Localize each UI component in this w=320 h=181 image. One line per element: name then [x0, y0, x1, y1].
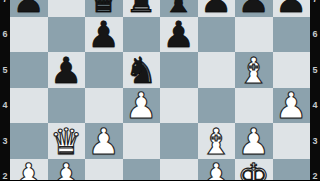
square-f6[interactable] — [198, 17, 236, 53]
square-d3[interactable] — [123, 123, 161, 159]
piece-black-pawn-a7[interactable]: ♟ — [13, 0, 45, 18]
square-d5[interactable]: ♞ — [123, 52, 161, 88]
square-e6[interactable]: ♟ — [160, 17, 198, 53]
square-e3[interactable] — [160, 123, 198, 159]
piece-white-pawn-d4[interactable]: ♟ — [125, 88, 157, 124]
rank-label-left-2: 2 — [0, 171, 10, 180]
piece-black-rook-d7[interactable]: ♜ — [125, 0, 157, 18]
piece-white-pawn-c3[interactable]: ♟ — [88, 124, 120, 160]
piece-white-pawn-a2[interactable]: ♟ — [13, 159, 45, 180]
left-coordinate-bar: 765432 — [0, 0, 10, 180]
square-d4[interactable]: ♟ — [123, 88, 161, 124]
square-b3[interactable]: ♛ — [48, 123, 86, 159]
square-a4[interactable] — [10, 88, 48, 124]
right-coordinate-bar: 765432 — [310, 0, 320, 180]
piece-white-bishop-f3[interactable]: ♝ — [200, 124, 232, 160]
square-e5[interactable] — [160, 52, 198, 88]
square-c6[interactable]: ♟ — [85, 17, 123, 53]
square-b4[interactable] — [48, 88, 86, 124]
square-h6[interactable] — [273, 17, 311, 53]
piece-black-pawn-g7[interactable]: ♟ — [238, 0, 270, 18]
square-d2[interactable] — [123, 159, 161, 181]
square-e2[interactable] — [160, 159, 198, 181]
piece-white-bishop-g5[interactable]: ♝ — [238, 53, 270, 89]
square-a3[interactable] — [10, 123, 48, 159]
square-h7[interactable]: ♟ — [273, 0, 311, 17]
rank-label-left-3: 3 — [0, 136, 10, 146]
square-h3[interactable] — [273, 123, 311, 159]
rank-label-left-5: 5 — [0, 65, 10, 75]
piece-white-pawn-h4[interactable]: ♟ — [275, 88, 307, 124]
square-a7[interactable]: ♟ — [10, 0, 48, 17]
square-d6[interactable] — [123, 17, 161, 53]
rank-label-left-6: 6 — [0, 29, 10, 39]
square-b7[interactable] — [48, 0, 86, 17]
square-f5[interactable] — [198, 52, 236, 88]
square-h4[interactable]: ♟ — [273, 88, 311, 124]
square-c3[interactable]: ♟ — [85, 123, 123, 159]
square-a6[interactable] — [10, 17, 48, 53]
square-g4[interactable] — [235, 88, 273, 124]
square-g6[interactable] — [235, 17, 273, 53]
piece-black-pawn-c6[interactable]: ♟ — [88, 17, 120, 53]
square-e4[interactable] — [160, 88, 198, 124]
piece-black-pawn-e6[interactable]: ♟ — [163, 17, 195, 53]
piece-white-king-g2[interactable]: ♚ — [238, 159, 270, 180]
rank-label-right-4: 4 — [310, 100, 320, 110]
rank-label-left-7: 7 — [0, 0, 10, 4]
rank-label-right-2: 2 — [310, 171, 320, 180]
rank-label-right-7: 7 — [310, 0, 320, 4]
piece-black-knight-d5[interactable]: ♞ — [125, 53, 157, 89]
square-a5[interactable] — [10, 52, 48, 88]
rank-label-right-3: 3 — [310, 136, 320, 146]
piece-black-pawn-h7[interactable]: ♟ — [275, 0, 307, 18]
rank-label-left-4: 4 — [0, 100, 10, 110]
square-c4[interactable] — [85, 88, 123, 124]
square-d7[interactable]: ♜ — [123, 0, 161, 17]
square-g7[interactable]: ♟ — [235, 0, 273, 17]
square-b6[interactable] — [48, 17, 86, 53]
square-g3[interactable]: ♟ — [235, 123, 273, 159]
chess-video-frame: ♟♛♜♝♟♟♟♟♟♟♞♝♟♟♛♟♝♟♟♟♟♚ 765432 765432 — [0, 0, 320, 180]
square-f4[interactable] — [198, 88, 236, 124]
piece-white-pawn-g3[interactable]: ♟ — [238, 124, 270, 160]
piece-white-pawn-b2[interactable]: ♟ — [50, 159, 82, 180]
square-g5[interactable]: ♝ — [235, 52, 273, 88]
square-h2[interactable] — [273, 159, 311, 181]
square-b2[interactable]: ♟ — [48, 159, 86, 181]
rank-label-right-5: 5 — [310, 65, 320, 75]
square-c5[interactable] — [85, 52, 123, 88]
piece-black-pawn-f7[interactable]: ♟ — [200, 0, 232, 18]
rank-label-right-6: 6 — [310, 29, 320, 39]
square-b5[interactable]: ♟ — [48, 52, 86, 88]
square-f3[interactable]: ♝ — [198, 123, 236, 159]
square-a2[interactable]: ♟ — [10, 159, 48, 181]
piece-black-pawn-b5[interactable]: ♟ — [50, 53, 82, 89]
piece-white-queen-b3[interactable]: ♛ — [50, 124, 82, 160]
square-f2[interactable]: ♟ — [198, 159, 236, 181]
chess-board: ♟♛♜♝♟♟♟♟♟♟♞♝♟♟♛♟♝♟♟♟♟♚ — [10, 0, 310, 180]
square-f7[interactable]: ♟ — [198, 0, 236, 17]
square-g2[interactable]: ♚ — [235, 159, 273, 181]
piece-white-pawn-f2[interactable]: ♟ — [200, 159, 232, 180]
square-h5[interactable] — [273, 52, 311, 88]
